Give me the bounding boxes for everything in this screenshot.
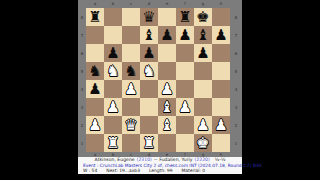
square-c1 xyxy=(122,134,140,152)
square-h7: ♟ xyxy=(212,26,230,44)
black-rook-f8: ♜ xyxy=(178,8,191,26)
white-pawn-g2: ♟ xyxy=(196,116,209,134)
white-rook-b1: ♜ xyxy=(106,134,119,152)
square-c3 xyxy=(122,98,140,116)
square-d3 xyxy=(140,98,158,116)
square-f4 xyxy=(176,80,194,98)
white-knight-b5: ♞ xyxy=(106,62,119,80)
square-d6: ♟ xyxy=(140,44,158,62)
square-g1: ♚ xyxy=(194,134,212,152)
square-e4: ♟ xyxy=(158,80,176,98)
white-queen-c2: ♛ xyxy=(124,116,137,134)
square-c2: ♛ xyxy=(122,116,140,134)
black-bishop-g7: ♝ xyxy=(196,26,209,44)
rank-label-6: 6 xyxy=(230,44,242,62)
file-label-e: e xyxy=(158,1,176,7)
black-rook-a8: ♜ xyxy=(88,8,101,26)
black-queen-d8: ♛ xyxy=(142,8,155,26)
white-king-g1: ♚ xyxy=(196,134,209,152)
rank-label-2: 2 xyxy=(78,116,86,134)
white-rook-d1: ♜ xyxy=(142,134,155,152)
file-label-g: g xyxy=(194,1,212,7)
square-f3: ♟ xyxy=(176,98,194,116)
square-e6 xyxy=(158,44,176,62)
square-e1 xyxy=(158,134,176,152)
square-a4: ♟ xyxy=(86,80,104,98)
square-f1 xyxy=(176,134,194,152)
stats-line: W : 54 Next: 19...axb3 Length: 99 Materi… xyxy=(78,168,242,173)
black-king-g8: ♚ xyxy=(196,8,209,26)
square-a6 xyxy=(86,44,104,62)
square-g7: ♝ xyxy=(194,26,212,44)
square-a1 xyxy=(86,134,104,152)
file-label-b: b xyxy=(104,1,122,7)
square-e8 xyxy=(158,8,176,26)
square-c5: ♞ xyxy=(122,62,140,80)
black-pawn-g6: ♟ xyxy=(196,44,209,62)
square-d4 xyxy=(140,80,158,98)
square-b1: ♜ xyxy=(104,134,122,152)
rank-label-7: 7 xyxy=(230,26,242,44)
caption-strip: Atkinson, Eugene (2310) -- Fudalien, Yur… xyxy=(78,157,242,174)
square-e2: ♝ xyxy=(158,116,176,134)
square-h4 xyxy=(212,80,230,98)
file-label-d: d xyxy=(140,1,158,7)
white-bishop-e2: ♝ xyxy=(160,116,173,134)
square-e7: ♟ xyxy=(158,26,176,44)
rank-label-6: 6 xyxy=(78,44,86,62)
square-g4 xyxy=(194,80,212,98)
square-f2 xyxy=(176,116,194,134)
square-g6: ♟ xyxy=(194,44,212,62)
black-pawn-a4: ♟ xyxy=(88,80,101,98)
rank-label-8: 8 xyxy=(78,8,86,26)
video-frame: { "game": "chess", "position": { "fen": … xyxy=(0,0,320,180)
rank-label-5: 5 xyxy=(230,62,242,80)
square-b7 xyxy=(104,26,122,44)
square-e3: ♝ xyxy=(158,98,176,116)
square-b6: ♟ xyxy=(104,44,122,62)
rank-label-5: 5 xyxy=(78,62,86,80)
square-h5 xyxy=(212,62,230,80)
file-label-c: c xyxy=(122,1,140,7)
black-pawn-f7: ♟ xyxy=(178,26,191,44)
white-pawn-a2: ♟ xyxy=(88,116,101,134)
white-pawn-e4: ♟ xyxy=(160,80,173,98)
square-a2: ♟ xyxy=(86,116,104,134)
square-h3 xyxy=(212,98,230,116)
length-stat: Length: 99 xyxy=(149,168,173,173)
rank-label-4: 4 xyxy=(78,80,86,98)
rank-labels-right: 87654321 xyxy=(230,8,242,152)
square-g3 xyxy=(194,98,212,116)
board-panel: abcdefgh 87654321 ♜♛♜♚♝♟♟♝♟♟♟♟♞♞♞♞♟♟♟♟♝♟… xyxy=(78,0,242,174)
square-g5 xyxy=(194,62,212,80)
square-c8 xyxy=(122,8,140,26)
black-pawn-e7: ♟ xyxy=(160,26,173,44)
square-b3: ♟ xyxy=(104,98,122,116)
square-c6 xyxy=(122,44,140,62)
file-label-h: h xyxy=(212,1,230,7)
square-c7 xyxy=(122,26,140,44)
square-c4: ♟ xyxy=(122,80,140,98)
square-d8: ♛ xyxy=(140,8,158,26)
square-g8: ♚ xyxy=(194,8,212,26)
rank-label-3: 3 xyxy=(78,98,86,116)
rank-labels-left: 87654321 xyxy=(78,8,86,152)
square-e5 xyxy=(158,62,176,80)
square-a7 xyxy=(86,26,104,44)
white-pawn-f3: ♟ xyxy=(178,98,191,116)
square-d1: ♜ xyxy=(140,134,158,152)
black-bishop-d7: ♝ xyxy=(142,26,155,44)
black-pawn-b6: ♟ xyxy=(106,44,119,62)
rank-label-1: 1 xyxy=(230,134,242,152)
square-f5 xyxy=(176,62,194,80)
square-f7: ♟ xyxy=(176,26,194,44)
square-b5: ♞ xyxy=(104,62,122,80)
square-g2: ♟ xyxy=(194,116,212,134)
square-h1 xyxy=(212,134,230,152)
square-f6 xyxy=(176,44,194,62)
square-a8: ♜ xyxy=(86,8,104,26)
square-a3 xyxy=(86,98,104,116)
square-d7: ♝ xyxy=(140,26,158,44)
square-b8 xyxy=(104,8,122,26)
square-b2 xyxy=(104,116,122,134)
square-d5: ♞ xyxy=(140,62,158,80)
square-h2: ♟ xyxy=(212,116,230,134)
clock-stat: W : 54 xyxy=(83,168,97,173)
white-pawn-b3: ♟ xyxy=(106,98,119,116)
white-pawn-h2: ♟ xyxy=(214,116,227,134)
white-pawn-c4: ♟ xyxy=(124,80,137,98)
square-b4 xyxy=(104,80,122,98)
file-label-a: a xyxy=(86,1,104,7)
next-move-stat: Next: 19...axb3 xyxy=(106,168,140,173)
rank-label-3: 3 xyxy=(230,98,242,116)
square-h6 xyxy=(212,44,230,62)
file-labels-top: abcdefgh xyxy=(86,1,230,7)
file-label-f: f xyxy=(176,1,194,7)
white-bishop-e3: ♝ xyxy=(160,98,173,116)
rank-label-2: 2 xyxy=(230,116,242,134)
white-knight-d5: ♞ xyxy=(142,62,155,80)
black-pawn-h7: ♟ xyxy=(214,26,227,44)
rank-label-4: 4 xyxy=(230,80,242,98)
rank-label-8: 8 xyxy=(230,8,242,26)
square-d2 xyxy=(140,116,158,134)
rank-label-7: 7 xyxy=(78,26,86,44)
black-pawn-d6: ♟ xyxy=(142,44,155,62)
black-knight-a5: ♞ xyxy=(88,62,101,80)
square-f8: ♜ xyxy=(176,8,194,26)
rank-label-1: 1 xyxy=(78,134,86,152)
chess-board: ♜♛♜♚♝♟♟♝♟♟♟♟♞♞♞♞♟♟♟♟♝♟♟♛♝♟♟♜♜♚ xyxy=(86,8,230,152)
material-stat: Material: 0 xyxy=(182,168,206,173)
black-knight-c5: ♞ xyxy=(124,62,137,80)
square-a5: ♞ xyxy=(86,62,104,80)
square-h8 xyxy=(212,8,230,26)
